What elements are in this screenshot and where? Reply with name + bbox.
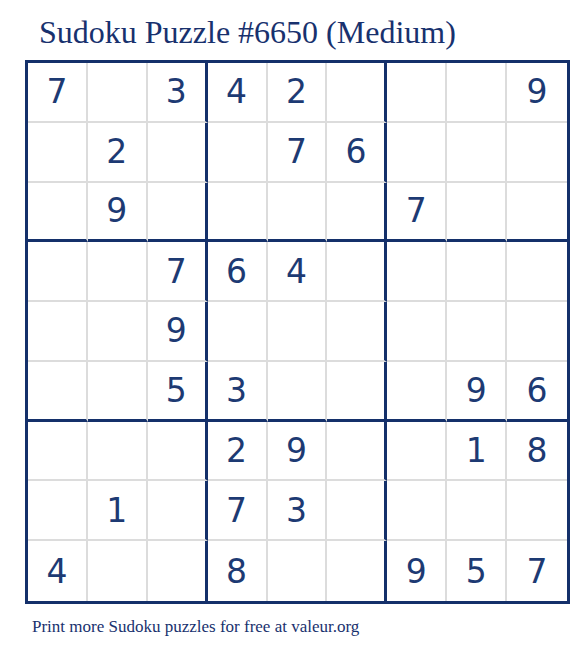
- cell-r1c7: [387, 63, 447, 123]
- cell-r8c7: [387, 481, 447, 541]
- cell-r2c2: 2: [88, 123, 148, 183]
- cell-r5c1: [28, 302, 88, 362]
- cell-r7c2: [88, 422, 148, 482]
- cell-r3c1: [28, 183, 88, 243]
- cell-r4c4: 6: [208, 242, 268, 302]
- cell-r4c2: [88, 242, 148, 302]
- cell-r1c5: 2: [268, 63, 328, 123]
- cell-r2c9: [507, 123, 567, 183]
- cell-r1c1: 7: [28, 63, 88, 123]
- cell-r6c6: [327, 362, 387, 422]
- cell-r9c2: [88, 541, 148, 601]
- cell-r6c2: [88, 362, 148, 422]
- cell-r3c4: [208, 183, 268, 243]
- cell-r5c3: 9: [148, 302, 208, 362]
- cell-r7c3: [148, 422, 208, 482]
- cell-r9c4: 8: [208, 541, 268, 601]
- cell-r1c8: [447, 63, 507, 123]
- cell-r3c7: 7: [387, 183, 447, 243]
- cell-r2c3: [148, 123, 208, 183]
- cell-r1c3: 3: [148, 63, 208, 123]
- cell-r6c9: 6: [507, 362, 567, 422]
- cell-r6c7: [387, 362, 447, 422]
- cell-r8c8: [447, 481, 507, 541]
- cell-r1c9: 9: [507, 63, 567, 123]
- cell-r2c5: 7: [268, 123, 328, 183]
- cell-r2c6: 6: [327, 123, 387, 183]
- cell-r3c5: [268, 183, 328, 243]
- cell-r7c7: [387, 422, 447, 482]
- cell-r3c3: [148, 183, 208, 243]
- cell-r3c2: 9: [88, 183, 148, 243]
- cell-r9c6: [327, 541, 387, 601]
- cell-r3c6: [327, 183, 387, 243]
- cell-r6c8: 9: [447, 362, 507, 422]
- cell-r3c8: [447, 183, 507, 243]
- cell-r9c8: 5: [447, 541, 507, 601]
- cell-r1c2: [88, 63, 148, 123]
- cell-r9c9: 7: [507, 541, 567, 601]
- cell-r4c1: [28, 242, 88, 302]
- cell-r7c4: 2: [208, 422, 268, 482]
- footer-text: Print more Sudoku puzzles for free at va…: [32, 617, 359, 637]
- cell-r7c8: 1: [447, 422, 507, 482]
- cell-r4c7: [387, 242, 447, 302]
- cell-r5c5: [268, 302, 328, 362]
- cell-r5c9: [507, 302, 567, 362]
- sudoku-board: 734292769776495396291817348957: [25, 60, 570, 604]
- cell-r1c6: [327, 63, 387, 123]
- cell-r4c8: [447, 242, 507, 302]
- cell-r7c1: [28, 422, 88, 482]
- cell-r6c3: 5: [148, 362, 208, 422]
- cell-r6c1: [28, 362, 88, 422]
- cell-r8c2: 1: [88, 481, 148, 541]
- cell-r7c5: 9: [268, 422, 328, 482]
- cell-r8c1: [28, 481, 88, 541]
- cell-r4c5: 4: [268, 242, 328, 302]
- cell-r5c8: [447, 302, 507, 362]
- cell-r4c3: 7: [148, 242, 208, 302]
- cell-r2c1: [28, 123, 88, 183]
- cell-r8c9: [507, 481, 567, 541]
- cell-r8c3: [148, 481, 208, 541]
- cell-r4c9: [507, 242, 567, 302]
- cell-r9c1: 4: [28, 541, 88, 601]
- cell-r2c7: [387, 123, 447, 183]
- cell-r8c4: 7: [208, 481, 268, 541]
- cell-r3c9: [507, 183, 567, 243]
- cell-r9c3: [148, 541, 208, 601]
- page-title: Sudoku Puzzle #6650 (Medium): [39, 14, 456, 51]
- cell-r9c5: [268, 541, 328, 601]
- cell-r8c5: 3: [268, 481, 328, 541]
- cell-r2c4: [208, 123, 268, 183]
- cell-r9c7: 9: [387, 541, 447, 601]
- cell-r5c7: [387, 302, 447, 362]
- cell-r1c4: 4: [208, 63, 268, 123]
- cell-r5c6: [327, 302, 387, 362]
- cell-r7c6: [327, 422, 387, 482]
- sudoku-print-page: Sudoku Puzzle #6650 (Medium) 73429276977…: [0, 0, 574, 651]
- cell-r6c4: 3: [208, 362, 268, 422]
- cell-r2c8: [447, 123, 507, 183]
- cell-r7c9: 8: [507, 422, 567, 482]
- cell-r5c2: [88, 302, 148, 362]
- cell-r8c6: [327, 481, 387, 541]
- cell-r6c5: [268, 362, 328, 422]
- cell-r4c6: [327, 242, 387, 302]
- cell-r5c4: [208, 302, 268, 362]
